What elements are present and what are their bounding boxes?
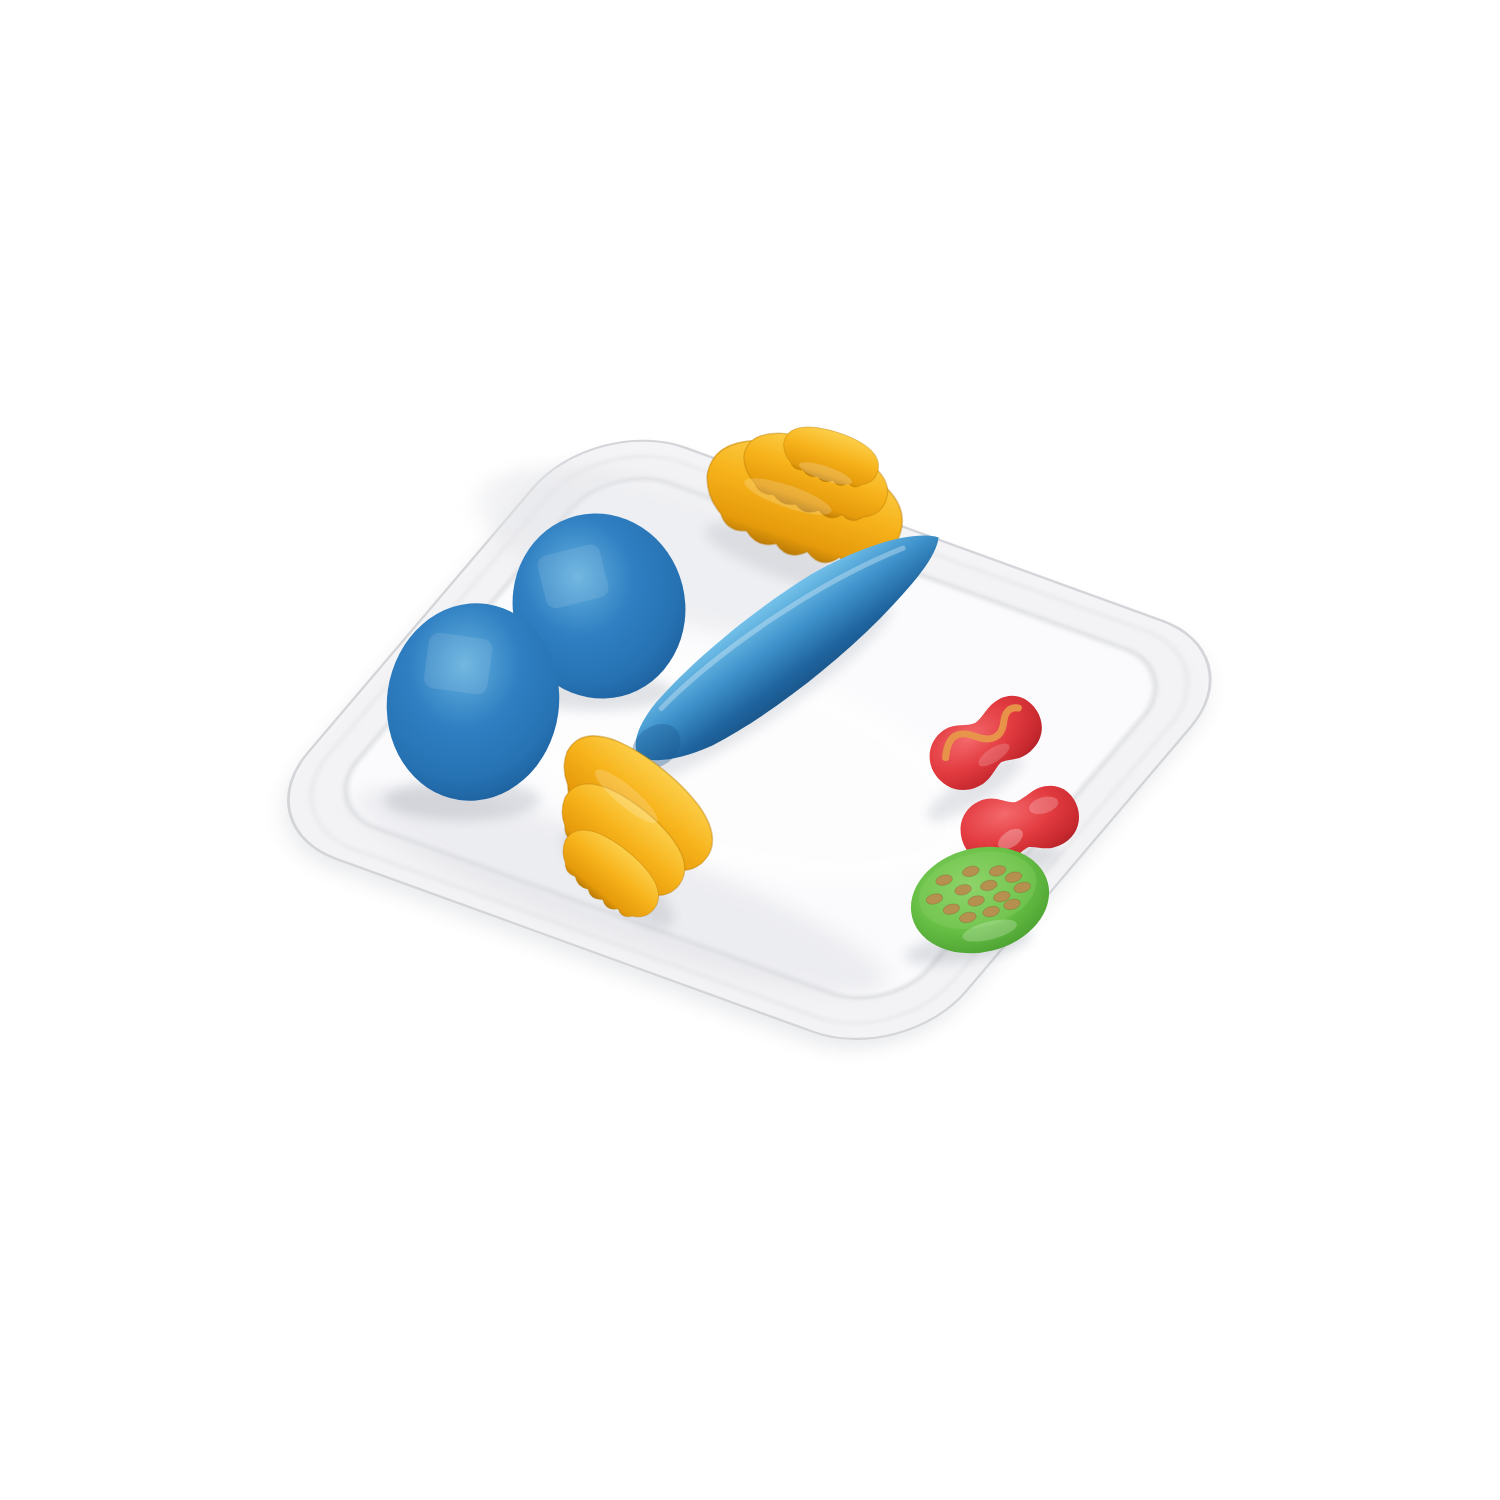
- product-photo: [0, 0, 1500, 1500]
- toy-food-scene: [0, 0, 1500, 1500]
- ball-window-reflection: [423, 631, 494, 695]
